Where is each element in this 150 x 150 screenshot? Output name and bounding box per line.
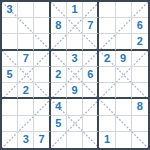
cell-r9c9[interactable]: [132, 132, 148, 148]
cell-r4c7[interactable]: 2: [99, 51, 115, 67]
cell-r6c8[interactable]: [116, 83, 132, 99]
cell-r1c8[interactable]: [116, 2, 132, 18]
given-digit: 9: [71, 85, 77, 96]
cell-r5c6[interactable]: 6: [83, 67, 99, 83]
cell-r6c2[interactable]: 2: [18, 83, 34, 99]
cell-r8c1[interactable]: [2, 116, 18, 132]
cell-r4c2[interactable]: 7: [18, 51, 34, 67]
cell-r5c5[interactable]: [67, 67, 83, 83]
cell-r4c3[interactable]: [34, 51, 50, 67]
given-digit: 7: [23, 53, 29, 64]
given-digit: 3: [23, 134, 29, 145]
cell-r4c1[interactable]: [2, 51, 18, 67]
cell-r8c5[interactable]: [67, 116, 83, 132]
cell-r7c6[interactable]: [83, 99, 99, 115]
cell-r1c4[interactable]: [51, 2, 67, 18]
cell-r9c4[interactable]: [51, 132, 67, 148]
cell-r2c5[interactable]: [67, 18, 83, 34]
cell-r3c7[interactable]: [99, 34, 115, 50]
cell-r2c2[interactable]: [18, 18, 34, 34]
cell-r7c1[interactable]: [2, 99, 18, 115]
cell-r2c1[interactable]: [2, 18, 18, 34]
cell-r8c7[interactable]: [99, 116, 115, 132]
cell-r2c9[interactable]: 6: [132, 18, 148, 34]
cell-r7c5[interactable]: [67, 99, 83, 115]
cell-r6c6[interactable]: [83, 83, 99, 99]
cell-r6c5[interactable]: 9: [67, 83, 83, 99]
cell-r6c7[interactable]: [99, 83, 115, 99]
given-digit: 1: [104, 134, 110, 145]
cell-r4c9[interactable]: [132, 51, 148, 67]
given-digit: 2: [104, 53, 110, 64]
given-digit: 4: [55, 101, 61, 112]
cell-r9c2[interactable]: 3: [18, 132, 34, 148]
given-digit: 8: [137, 101, 143, 112]
cell-r4c8[interactable]: 9: [116, 51, 132, 67]
cell-r1c9[interactable]: [132, 2, 148, 18]
cell-r8c8[interactable]: [116, 116, 132, 132]
given-digit: 1: [71, 4, 77, 15]
given-digit: 9: [120, 53, 126, 64]
cell-r7c9[interactable]: 8: [132, 99, 148, 115]
cell-r8c3[interactable]: [34, 116, 50, 132]
cell-r1c2[interactable]: [18, 2, 34, 18]
cell-r3c3[interactable]: [34, 34, 50, 50]
cell-r8c9[interactable]: [132, 116, 148, 132]
cell-r7c8[interactable]: [116, 99, 132, 115]
cell-r9c1[interactable]: [2, 132, 18, 148]
cell-r2c3[interactable]: [34, 18, 50, 34]
given-digit: 2: [23, 85, 29, 96]
cell-r1c5[interactable]: 1: [67, 2, 83, 18]
cell-r2c7[interactable]: [99, 18, 115, 34]
cell-r1c6[interactable]: [83, 2, 99, 18]
cell-r7c3[interactable]: [34, 99, 50, 115]
cell-r1c1[interactable]: 3: [2, 2, 18, 18]
given-digit: 6: [137, 20, 143, 31]
given-digit: 2: [137, 36, 143, 47]
cell-r7c4[interactable]: 4: [51, 99, 67, 115]
cell-r3c2[interactable]: [18, 34, 34, 50]
cell-r2c8[interactable]: [116, 18, 132, 34]
cell-r3c9[interactable]: 2: [132, 34, 148, 50]
cell-r9c8[interactable]: [116, 132, 132, 148]
sudoku-grid: 318762732952629485371: [2, 2, 148, 148]
cell-r2c4[interactable]: 8: [51, 18, 67, 34]
cell-r5c9[interactable]: [132, 67, 148, 83]
cell-r5c3[interactable]: [34, 67, 50, 83]
cell-r3c8[interactable]: [116, 34, 132, 50]
cell-r9c3[interactable]: 7: [34, 132, 50, 148]
given-digit: 7: [38, 134, 44, 145]
cell-r1c3[interactable]: [34, 2, 50, 18]
given-digit: 5: [7, 69, 13, 80]
cell-r5c1[interactable]: 5: [2, 67, 18, 83]
cell-r3c1[interactable]: [2, 34, 18, 50]
cell-r6c4[interactable]: [51, 83, 67, 99]
cell-r4c4[interactable]: [51, 51, 67, 67]
cell-r4c5[interactable]: 3: [67, 51, 83, 67]
cell-r4c6[interactable]: [83, 51, 99, 67]
given-digit: 2: [55, 69, 61, 80]
cell-r6c9[interactable]: [132, 83, 148, 99]
cell-r5c2[interactable]: [18, 67, 34, 83]
given-digit: 6: [87, 69, 93, 80]
cell-r7c2[interactable]: [18, 99, 34, 115]
cell-r6c3[interactable]: [34, 83, 50, 99]
given-digit: 7: [87, 20, 93, 31]
given-digit: 5: [55, 118, 61, 129]
sudoku-board: 318762732952629485371: [0, 0, 150, 150]
cell-r8c2[interactable]: [18, 116, 34, 132]
given-digit: 8: [55, 20, 61, 31]
cell-r5c7[interactable]: [99, 67, 115, 83]
cell-r9c5[interactable]: [67, 132, 83, 148]
cell-r9c6[interactable]: [83, 132, 99, 148]
cell-r3c6[interactable]: [83, 34, 99, 50]
cell-r3c5[interactable]: [67, 34, 83, 50]
cell-r8c6[interactable]: [83, 116, 99, 132]
cell-r8c4[interactable]: 5: [51, 116, 67, 132]
cell-r3c4[interactable]: [51, 34, 67, 50]
cell-r5c8[interactable]: [116, 67, 132, 83]
cell-r1c7[interactable]: [99, 2, 115, 18]
cell-r5c4[interactable]: 2: [51, 67, 67, 83]
cell-r9c7[interactable]: 1: [99, 132, 115, 148]
given-digit: 3: [7, 4, 13, 15]
cell-r6c1[interactable]: [2, 83, 18, 99]
given-digit: 3: [71, 53, 77, 64]
cell-r2c6[interactable]: 7: [83, 18, 99, 34]
cell-r7c7[interactable]: [99, 99, 115, 115]
